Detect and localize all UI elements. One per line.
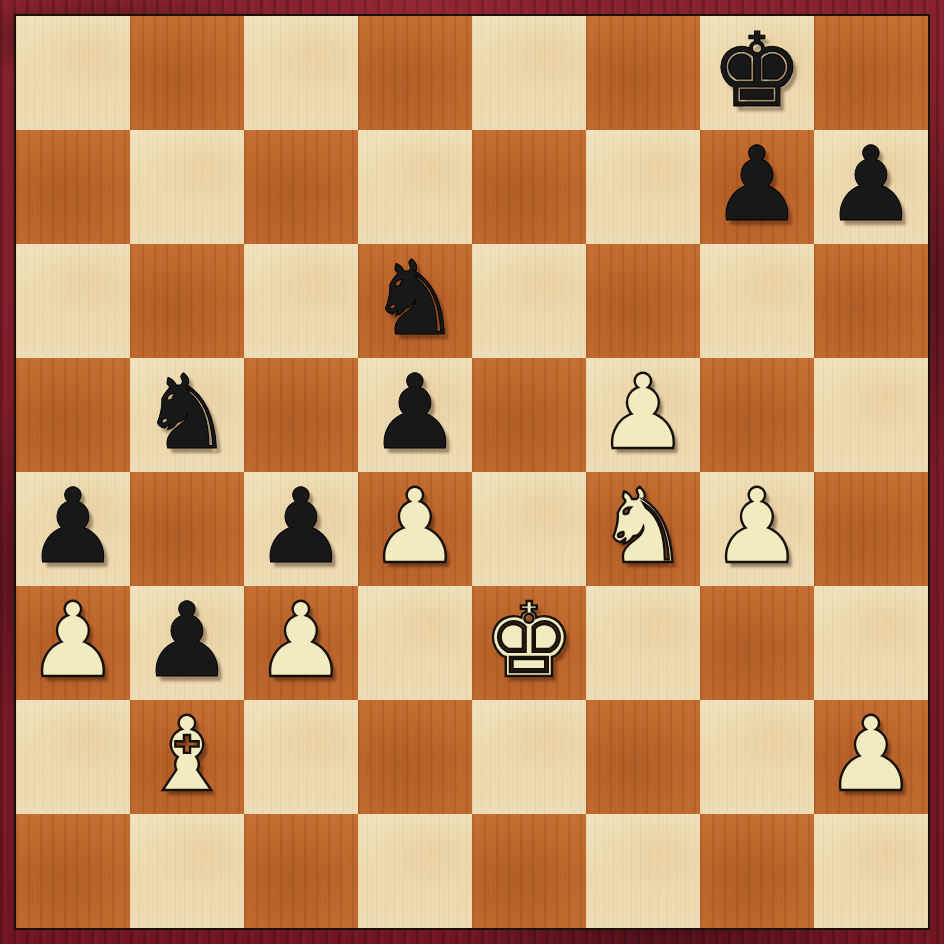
square-d8[interactable] bbox=[358, 16, 472, 130]
square-a1[interactable] bbox=[16, 814, 130, 928]
square-f2[interactable] bbox=[586, 700, 700, 814]
square-g8[interactable]: ♚ bbox=[700, 16, 814, 130]
square-d7[interactable] bbox=[358, 130, 472, 244]
square-h7[interactable]: ♟ bbox=[814, 130, 928, 244]
black-knight-icon[interactable]: ♞ bbox=[141, 361, 233, 464]
square-h3[interactable] bbox=[814, 586, 928, 700]
white-pawn-icon[interactable]: ♟ bbox=[255, 589, 347, 692]
square-c2[interactable] bbox=[244, 700, 358, 814]
white-pawn-icon[interactable]: ♟ bbox=[27, 589, 119, 692]
square-b1[interactable] bbox=[130, 814, 244, 928]
square-d4[interactable]: ♟ bbox=[358, 472, 472, 586]
square-f3[interactable] bbox=[586, 586, 700, 700]
chess-board: ♚♟♟♞♞♟♟♟♟♟♞♟♟♟♟♚♝♟ bbox=[14, 14, 930, 930]
square-c4[interactable]: ♟ bbox=[244, 472, 358, 586]
square-e6[interactable] bbox=[472, 244, 586, 358]
square-f7[interactable] bbox=[586, 130, 700, 244]
square-g1[interactable] bbox=[700, 814, 814, 928]
square-e3[interactable]: ♚ bbox=[472, 586, 586, 700]
square-b5[interactable]: ♞ bbox=[130, 358, 244, 472]
square-f8[interactable] bbox=[586, 16, 700, 130]
square-a4[interactable]: ♟ bbox=[16, 472, 130, 586]
black-pawn-icon[interactable]: ♟ bbox=[141, 589, 233, 692]
square-f4[interactable]: ♞ bbox=[586, 472, 700, 586]
square-h5[interactable] bbox=[814, 358, 928, 472]
square-d1[interactable] bbox=[358, 814, 472, 928]
square-c6[interactable] bbox=[244, 244, 358, 358]
white-knight-icon[interactable]: ♞ bbox=[597, 475, 689, 578]
square-g3[interactable] bbox=[700, 586, 814, 700]
square-f5[interactable]: ♟ bbox=[586, 358, 700, 472]
white-king-icon[interactable]: ♚ bbox=[483, 589, 575, 692]
square-g2[interactable] bbox=[700, 700, 814, 814]
square-h8[interactable] bbox=[814, 16, 928, 130]
square-h4[interactable] bbox=[814, 472, 928, 586]
square-e7[interactable] bbox=[472, 130, 586, 244]
square-e8[interactable] bbox=[472, 16, 586, 130]
white-pawn-icon[interactable]: ♟ bbox=[369, 475, 461, 578]
square-e4[interactable] bbox=[472, 472, 586, 586]
square-f6[interactable] bbox=[586, 244, 700, 358]
square-d6[interactable]: ♞ bbox=[358, 244, 472, 358]
square-b3[interactable]: ♟ bbox=[130, 586, 244, 700]
square-c1[interactable] bbox=[244, 814, 358, 928]
square-e2[interactable] bbox=[472, 700, 586, 814]
square-a3[interactable]: ♟ bbox=[16, 586, 130, 700]
board-frame: ♚♟♟♞♞♟♟♟♟♟♞♟♟♟♟♚♝♟ bbox=[0, 0, 944, 944]
white-pawn-icon[interactable]: ♟ bbox=[825, 703, 917, 806]
square-a7[interactable] bbox=[16, 130, 130, 244]
white-pawn-icon[interactable]: ♟ bbox=[597, 361, 689, 464]
square-g4[interactable]: ♟ bbox=[700, 472, 814, 586]
black-pawn-icon[interactable]: ♟ bbox=[711, 133, 803, 236]
square-b6[interactable] bbox=[130, 244, 244, 358]
black-pawn-icon[interactable]: ♟ bbox=[255, 475, 347, 578]
square-b4[interactable] bbox=[130, 472, 244, 586]
square-c5[interactable] bbox=[244, 358, 358, 472]
black-pawn-icon[interactable]: ♟ bbox=[27, 475, 119, 578]
square-b2[interactable]: ♝ bbox=[130, 700, 244, 814]
square-d5[interactable]: ♟ bbox=[358, 358, 472, 472]
black-king-icon[interactable]: ♚ bbox=[711, 19, 803, 122]
white-bishop-icon[interactable]: ♝ bbox=[141, 703, 233, 806]
square-h1[interactable] bbox=[814, 814, 928, 928]
square-a6[interactable] bbox=[16, 244, 130, 358]
square-f1[interactable] bbox=[586, 814, 700, 928]
square-h6[interactable] bbox=[814, 244, 928, 358]
square-e5[interactable] bbox=[472, 358, 586, 472]
square-g5[interactable] bbox=[700, 358, 814, 472]
black-pawn-icon[interactable]: ♟ bbox=[369, 361, 461, 464]
square-a5[interactable] bbox=[16, 358, 130, 472]
square-d3[interactable] bbox=[358, 586, 472, 700]
square-c8[interactable] bbox=[244, 16, 358, 130]
square-a2[interactable] bbox=[16, 700, 130, 814]
square-c7[interactable] bbox=[244, 130, 358, 244]
square-g6[interactable] bbox=[700, 244, 814, 358]
white-pawn-icon[interactable]: ♟ bbox=[711, 475, 803, 578]
square-b8[interactable] bbox=[130, 16, 244, 130]
square-g7[interactable]: ♟ bbox=[700, 130, 814, 244]
square-c3[interactable]: ♟ bbox=[244, 586, 358, 700]
square-d2[interactable] bbox=[358, 700, 472, 814]
square-a8[interactable] bbox=[16, 16, 130, 130]
square-b7[interactable] bbox=[130, 130, 244, 244]
black-pawn-icon[interactable]: ♟ bbox=[825, 133, 917, 236]
black-knight-icon[interactable]: ♞ bbox=[369, 247, 461, 350]
square-e1[interactable] bbox=[472, 814, 586, 928]
square-h2[interactable]: ♟ bbox=[814, 700, 928, 814]
